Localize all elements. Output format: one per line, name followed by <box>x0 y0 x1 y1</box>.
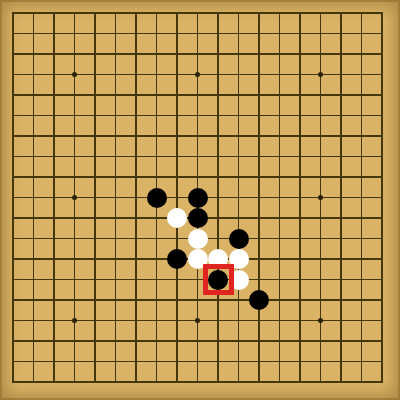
go-board[interactable] <box>0 0 400 400</box>
stones-layer <box>3 3 393 393</box>
black-stone <box>167 249 187 269</box>
black-stone <box>147 188 167 208</box>
black-stone <box>249 290 269 310</box>
black-stone <box>188 188 208 208</box>
black-stone <box>188 208 208 228</box>
white-stone <box>167 208 187 228</box>
white-stone <box>188 229 208 249</box>
black-stone <box>229 229 249 249</box>
last-move-marker <box>203 264 234 295</box>
